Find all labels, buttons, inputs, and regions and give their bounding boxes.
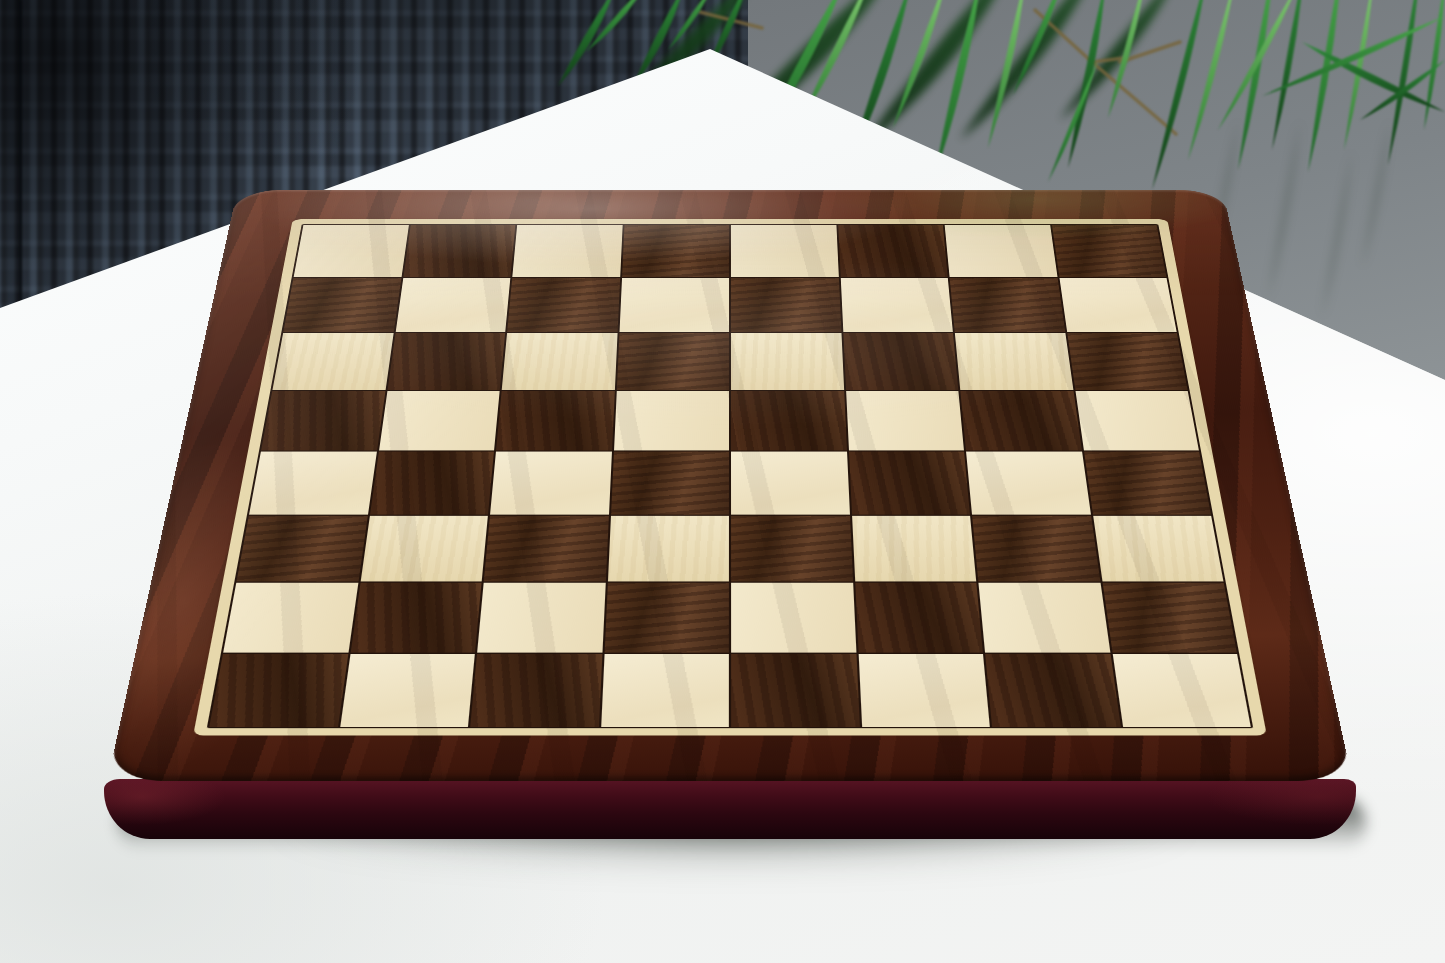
square-c1 bbox=[470, 654, 602, 727]
square-h6 bbox=[1067, 333, 1188, 390]
square-d4 bbox=[611, 452, 729, 515]
square-f6 bbox=[843, 333, 958, 390]
square-e5 bbox=[731, 391, 846, 451]
square-g3 bbox=[972, 515, 1100, 581]
leaf bbox=[1322, 150, 1352, 318]
square-h3 bbox=[1093, 515, 1224, 581]
square-c5 bbox=[496, 391, 614, 451]
square-g5 bbox=[960, 391, 1081, 451]
leaf bbox=[558, 0, 615, 86]
square-e2 bbox=[731, 583, 856, 653]
square-d2 bbox=[604, 583, 729, 653]
square-b3 bbox=[360, 515, 488, 581]
square-f3 bbox=[852, 515, 977, 581]
square-b7 bbox=[395, 278, 510, 332]
square-g7 bbox=[950, 278, 1065, 332]
square-e7 bbox=[731, 278, 841, 332]
square-d8 bbox=[622, 225, 729, 277]
square-b8 bbox=[403, 225, 515, 277]
square-g8 bbox=[945, 225, 1057, 277]
square-d3 bbox=[607, 515, 729, 581]
square-g4 bbox=[966, 452, 1090, 515]
square-b5 bbox=[379, 391, 500, 451]
square-h1 bbox=[1112, 654, 1251, 727]
square-h8 bbox=[1052, 225, 1167, 277]
square-b4 bbox=[370, 452, 494, 515]
square-f1 bbox=[858, 654, 990, 727]
square-f4 bbox=[849, 452, 970, 515]
leaf bbox=[1048, 60, 1098, 182]
square-a7 bbox=[283, 278, 401, 332]
wall-panel-seam bbox=[19, 0, 22, 330]
square-b1 bbox=[340, 654, 475, 727]
board-squares bbox=[207, 224, 1254, 728]
square-a5 bbox=[261, 391, 385, 451]
square-c6 bbox=[502, 333, 617, 390]
leaf bbox=[1308, 0, 1342, 172]
square-b6 bbox=[387, 333, 505, 390]
scene bbox=[0, 0, 1445, 963]
square-a8 bbox=[294, 225, 409, 277]
square-h4 bbox=[1084, 452, 1211, 515]
chess-board bbox=[107, 190, 1352, 781]
twig bbox=[1035, 10, 1176, 134]
leaf bbox=[1068, 0, 1106, 168]
square-f7 bbox=[840, 278, 953, 332]
square-g6 bbox=[955, 333, 1073, 390]
square-d5 bbox=[614, 391, 729, 451]
square-c2 bbox=[477, 583, 605, 653]
square-a4 bbox=[249, 452, 376, 515]
square-f5 bbox=[846, 391, 964, 451]
square-b2 bbox=[350, 583, 481, 653]
square-c4 bbox=[490, 452, 611, 515]
square-e3 bbox=[731, 515, 853, 581]
square-e6 bbox=[731, 333, 844, 390]
square-e1 bbox=[731, 654, 859, 727]
square-e8 bbox=[731, 225, 838, 277]
square-d1 bbox=[601, 654, 729, 727]
leaf bbox=[1362, 120, 1390, 268]
square-h5 bbox=[1075, 391, 1199, 451]
square-g1 bbox=[985, 654, 1120, 727]
square-a2 bbox=[223, 583, 358, 653]
square-e4 bbox=[731, 452, 849, 515]
square-a1 bbox=[209, 654, 348, 727]
square-g2 bbox=[978, 583, 1109, 653]
square-a6 bbox=[272, 333, 393, 390]
square-c7 bbox=[507, 278, 620, 332]
square-h2 bbox=[1102, 583, 1237, 653]
square-d7 bbox=[619, 278, 729, 332]
leaf bbox=[1152, 0, 1208, 190]
square-c3 bbox=[484, 515, 609, 581]
square-d6 bbox=[616, 333, 729, 390]
square-c8 bbox=[512, 225, 622, 277]
board-side-face bbox=[104, 779, 1356, 839]
square-a3 bbox=[237, 515, 368, 581]
square-f2 bbox=[855, 583, 983, 653]
square-h7 bbox=[1059, 278, 1177, 332]
square-f8 bbox=[838, 225, 948, 277]
